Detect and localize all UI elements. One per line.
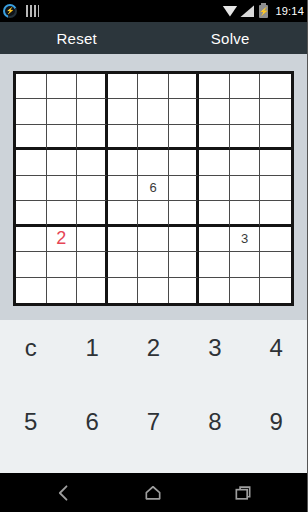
sudoku-cell[interactable]	[260, 99, 291, 124]
sudoku-cell[interactable]	[230, 278, 261, 303]
bolt-glyph: ⚡	[5, 6, 15, 16]
sudoku-cell[interactable]	[77, 278, 108, 303]
key-8[interactable]: 8	[184, 376, 245, 468]
clock-text: 19:14	[275, 5, 304, 17]
sudoku-cell[interactable]	[199, 74, 230, 99]
sudoku-cell[interactable]	[16, 227, 47, 252]
sudoku-cell[interactable]	[169, 150, 200, 175]
sudoku-cell[interactable]	[77, 150, 108, 175]
key-4[interactable]: 4	[246, 320, 307, 376]
sudoku-cell[interactable]	[77, 74, 108, 99]
sudoku-cell[interactable]	[260, 125, 291, 150]
sudoku-cell[interactable]	[138, 252, 169, 277]
key-1[interactable]: 1	[61, 320, 122, 376]
sudoku-cell[interactable]	[108, 227, 139, 252]
number-keypad: c 1 2 3 4 5 6 7 8 9	[0, 320, 307, 473]
sudoku-cell[interactable]	[230, 176, 261, 201]
sudoku-cell[interactable]	[138, 278, 169, 303]
sudoku-cell[interactable]	[199, 227, 230, 252]
sudoku-cell[interactable]	[230, 74, 261, 99]
sudoku-cell[interactable]	[169, 99, 200, 124]
reset-button[interactable]: Reset	[0, 22, 154, 54]
sudoku-cell[interactable]	[16, 150, 47, 175]
sudoku-cell[interactable]	[16, 74, 47, 99]
sudoku-cell[interactable]	[260, 201, 291, 226]
sudoku-cell[interactable]	[108, 74, 139, 99]
sudoku-cell[interactable]: 6	[138, 176, 169, 201]
sudoku-cell[interactable]	[47, 150, 78, 175]
key-7[interactable]: 7	[123, 376, 184, 468]
sudoku-cell[interactable]	[108, 278, 139, 303]
home-button[interactable]	[142, 483, 164, 503]
battery-charging-icon: ⚡	[259, 5, 268, 18]
charging-bolt-glyph: ⚡	[259, 5, 269, 18]
sudoku-cell[interactable]	[169, 125, 200, 150]
sudoku-cell[interactable]	[16, 252, 47, 277]
sudoku-cell[interactable]	[138, 74, 169, 99]
sudoku-cell[interactable]	[169, 176, 200, 201]
sudoku-cell[interactable]	[16, 278, 47, 303]
sudoku-cell[interactable]	[260, 74, 291, 99]
sudoku-cell[interactable]	[260, 278, 291, 303]
sudoku-cell[interactable]	[16, 125, 47, 150]
sudoku-cell[interactable]	[138, 227, 169, 252]
sudoku-cell[interactable]	[16, 99, 47, 124]
board-area: 623	[0, 54, 307, 320]
sudoku-cell[interactable]	[230, 125, 261, 150]
battery-app-icon: ⚡	[3, 4, 17, 18]
sudoku-cell[interactable]	[108, 150, 139, 175]
sudoku-cell[interactable]	[199, 99, 230, 124]
sudoku-cell[interactable]	[199, 201, 230, 226]
key-clear[interactable]: c	[0, 320, 61, 376]
sudoku-cell[interactable]	[138, 150, 169, 175]
sudoku-cell[interactable]	[47, 125, 78, 150]
sudoku-cell[interactable]	[199, 176, 230, 201]
sudoku-cell[interactable]	[199, 278, 230, 303]
sudoku-cell[interactable]	[260, 176, 291, 201]
back-icon	[54, 483, 74, 503]
sudoku-cell[interactable]	[77, 201, 108, 226]
sudoku-cell[interactable]	[169, 278, 200, 303]
android-nav-bar	[0, 473, 307, 512]
sudoku-board: 623	[13, 71, 294, 306]
recents-button[interactable]	[233, 483, 253, 503]
barcode-icon	[26, 5, 39, 17]
sudoku-cell[interactable]	[77, 227, 108, 252]
sudoku-cell[interactable]: 3	[230, 227, 261, 252]
sudoku-cell[interactable]	[77, 99, 108, 124]
status-bar-right: ⚡ 19:14	[222, 5, 304, 18]
status-bar-left: ⚡	[3, 4, 39, 18]
sudoku-cell[interactable]	[47, 74, 78, 99]
sudoku-cell[interactable]	[47, 201, 78, 226]
sudoku-cell[interactable]	[260, 252, 291, 277]
sudoku-cell[interactable]	[169, 227, 200, 252]
sudoku-cell[interactable]	[47, 278, 78, 303]
sudoku-cell[interactable]: 2	[47, 227, 78, 252]
sudoku-cell[interactable]	[199, 125, 230, 150]
sudoku-cell[interactable]	[108, 99, 139, 124]
sudoku-cell[interactable]	[199, 150, 230, 175]
back-button[interactable]	[54, 483, 74, 503]
key-6[interactable]: 6	[61, 376, 122, 468]
sudoku-cell[interactable]	[230, 252, 261, 277]
sudoku-cell[interactable]	[138, 125, 169, 150]
status-bar: ⚡ ⚡ 19:14	[0, 0, 307, 22]
sudoku-cell[interactable]	[108, 176, 139, 201]
key-3[interactable]: 3	[184, 320, 245, 376]
sudoku-cell[interactable]	[230, 150, 261, 175]
sudoku-cell[interactable]	[138, 201, 169, 226]
sudoku-cell[interactable]	[47, 99, 78, 124]
sudoku-cell[interactable]	[169, 252, 200, 277]
key-2[interactable]: 2	[123, 320, 184, 376]
sudoku-cell[interactable]	[230, 201, 261, 226]
sudoku-cell[interactable]	[77, 176, 108, 201]
sudoku-cell[interactable]	[47, 252, 78, 277]
sudoku-cell[interactable]	[108, 252, 139, 277]
sudoku-cell[interactable]	[47, 176, 78, 201]
recents-icon	[233, 483, 253, 503]
sudoku-cell[interactable]	[169, 201, 200, 226]
sudoku-cell[interactable]	[260, 227, 291, 252]
solve-button[interactable]: Solve	[154, 22, 308, 54]
sudoku-cell[interactable]	[169, 74, 200, 99]
action-bar: Reset Solve	[0, 22, 307, 54]
sudoku-cell[interactable]	[108, 201, 139, 226]
key-9[interactable]: 9	[246, 376, 307, 468]
sudoku-cell[interactable]	[230, 99, 261, 124]
battery-tip	[261, 3, 266, 5]
home-icon	[142, 483, 164, 503]
sudoku-cell[interactable]	[77, 125, 108, 150]
sudoku-cell[interactable]	[16, 176, 47, 201]
sudoku-cell[interactable]	[77, 252, 108, 277]
sudoku-cell[interactable]	[138, 99, 169, 124]
wifi-icon	[222, 6, 237, 17]
sudoku-cell[interactable]	[260, 150, 291, 175]
sudoku-cell[interactable]	[108, 125, 139, 150]
sudoku-cell[interactable]	[199, 252, 230, 277]
signal-icon	[240, 5, 254, 17]
key-5[interactable]: 5	[0, 376, 61, 468]
app-screen: ⚡ ⚡ 19:14 Reset Solve 623 c 1 2 3 4 5 6 …	[0, 0, 307, 512]
sudoku-cell[interactable]	[16, 201, 47, 226]
